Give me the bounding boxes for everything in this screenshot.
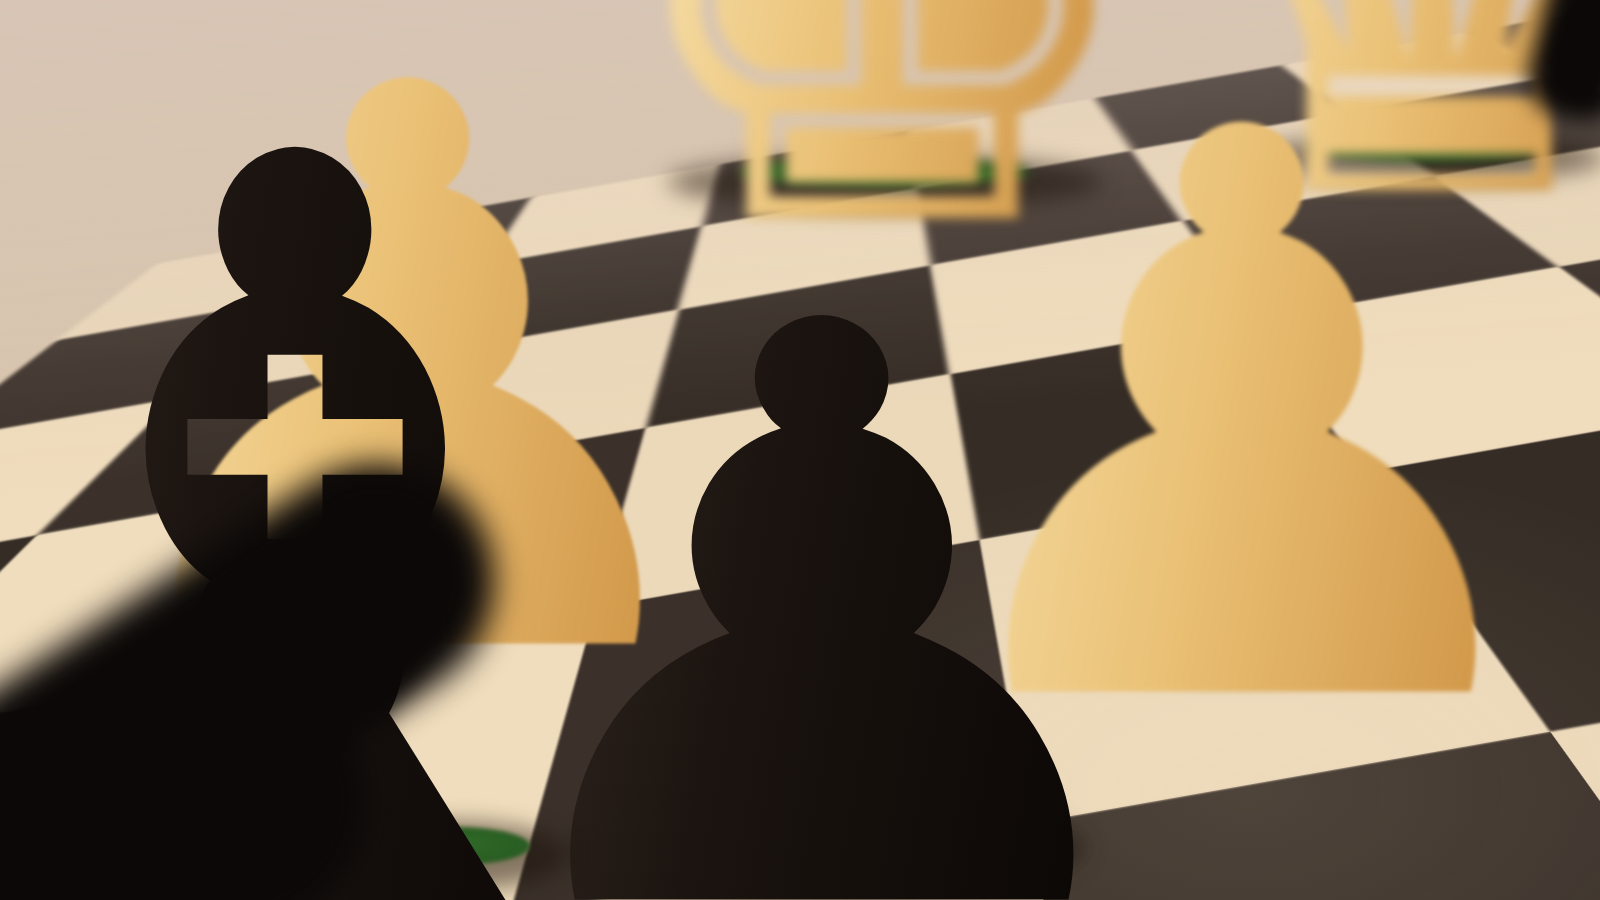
chess-photo-scene: ♝♟♟♟♚♛ <box>0 0 1600 900</box>
